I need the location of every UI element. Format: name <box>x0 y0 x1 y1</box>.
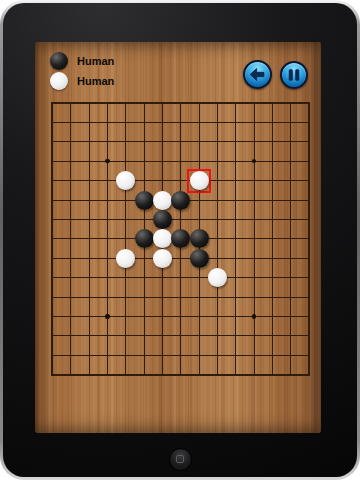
stone-white <box>153 191 172 210</box>
stone-white <box>116 171 135 190</box>
star-point <box>105 314 110 319</box>
black-player-label: Human <box>77 55 114 67</box>
grid-line <box>51 335 310 336</box>
grid-line <box>51 355 310 356</box>
star-point <box>252 314 257 319</box>
player-row-white: Human <box>50 71 114 91</box>
home-button[interactable] <box>169 448 192 471</box>
grid-line <box>308 102 310 376</box>
grid-line <box>290 102 291 376</box>
game-screen: Human Human <box>35 42 321 433</box>
stone-black <box>135 191 154 210</box>
stone-black <box>171 229 190 248</box>
stone-white <box>153 229 172 248</box>
stone-black <box>171 191 190 210</box>
black-stone-icon <box>50 52 68 70</box>
stone-white <box>190 171 209 190</box>
player-row-black: Human <box>50 51 114 71</box>
grid-line <box>51 374 310 376</box>
back-button[interactable] <box>243 60 272 89</box>
pause-button[interactable] <box>280 61 308 89</box>
white-player-label: Human <box>77 75 114 87</box>
stone-black <box>135 229 154 248</box>
star-point <box>252 159 257 164</box>
home-icon <box>176 455 184 463</box>
star-point <box>105 159 110 164</box>
stone-white <box>153 249 172 268</box>
stone-black <box>153 210 172 229</box>
white-stone-icon <box>50 72 68 90</box>
stone-white <box>208 268 227 287</box>
stone-black <box>190 229 209 248</box>
stone-black <box>190 249 209 268</box>
ipad-device: Human Human <box>0 0 360 480</box>
board-grid[interactable] <box>52 103 309 375</box>
stone-white <box>116 249 135 268</box>
